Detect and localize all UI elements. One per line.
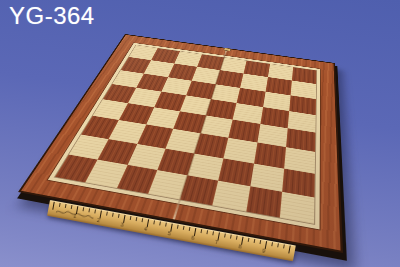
board-square xyxy=(246,186,282,218)
ruler-number: 6 xyxy=(191,234,195,240)
board-face xyxy=(18,34,343,253)
chess-board xyxy=(18,34,343,253)
ruler-number: 2 xyxy=(97,217,101,223)
ruler-number: 3 xyxy=(120,221,124,227)
ruler-number: 9 xyxy=(262,248,266,254)
ruler-number: 5 xyxy=(167,230,171,236)
ruler-number: 4 xyxy=(144,226,148,232)
board-square xyxy=(280,192,315,224)
board-square xyxy=(213,181,250,212)
ruler-number: 7 xyxy=(215,239,219,245)
board-grid xyxy=(55,45,316,224)
photo-scene: YG-364 123456789 xyxy=(0,0,400,267)
board-inner-margin xyxy=(48,43,320,230)
product-code-label: YG-364 xyxy=(9,2,95,30)
ruler-number: 8 xyxy=(238,243,242,249)
